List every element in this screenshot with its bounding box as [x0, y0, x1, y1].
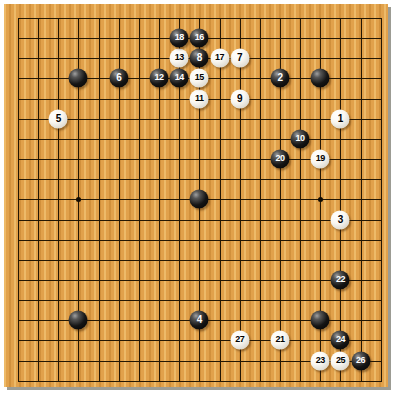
move-number: 15: [195, 68, 204, 87]
stone-black-move-26: 26: [351, 351, 370, 370]
stone-white-move-17: 17: [210, 49, 229, 68]
move-number: 8: [197, 48, 202, 67]
stone-white-move-7: 7: [230, 49, 249, 68]
stone-black-move-20: 20: [270, 150, 289, 169]
stone-black-move-14: 14: [170, 69, 189, 88]
grid-line-horizontal: [18, 381, 382, 382]
stone-black-move-2: 2: [270, 69, 289, 88]
stone-black-move-10: 10: [291, 129, 310, 148]
move-number: 9: [237, 89, 242, 108]
stone-white-move-23: 23: [311, 351, 330, 370]
stone-black-handicap: [69, 69, 88, 88]
stone-black-move-16: 16: [190, 29, 209, 48]
stone-black-move-6: 6: [109, 69, 128, 88]
grid-line-vertical: [361, 18, 362, 382]
grid-line-vertical: [220, 18, 221, 382]
move-number: 19: [316, 149, 325, 168]
stone-black-move-4: 4: [190, 311, 209, 330]
move-number: 23: [316, 351, 325, 370]
stone-black-move-22: 22: [331, 270, 350, 289]
stone-white-move-27: 27: [230, 331, 249, 350]
stone-white-move-5: 5: [49, 109, 68, 128]
move-number: 4: [197, 310, 202, 329]
stone-white-move-9: 9: [230, 89, 249, 108]
page-background: 1234567891011121314151617181920212223242…: [0, 0, 400, 400]
stone-white-move-13: 13: [170, 49, 189, 68]
stone-black-handicap: [311, 311, 330, 330]
move-number: 22: [336, 270, 345, 289]
move-number: 18: [175, 28, 184, 47]
grid-line-vertical: [340, 18, 341, 382]
move-number: 6: [116, 68, 121, 87]
stone-black-move-18: 18: [170, 29, 189, 48]
stone-white-move-3: 3: [331, 210, 350, 229]
stone-white-move-21: 21: [270, 331, 289, 350]
stone-white-move-11: 11: [190, 89, 209, 108]
grid-line-horizontal: [18, 340, 382, 341]
grid-line-vertical: [381, 18, 382, 382]
stone-white-move-19: 19: [311, 150, 330, 169]
stone-white-move-15: 15: [190, 69, 209, 88]
stone-black-handicap: [69, 311, 88, 330]
move-number: 14: [175, 68, 184, 87]
star-point: [318, 197, 323, 202]
move-number: 17: [215, 48, 224, 67]
move-number: 16: [195, 28, 204, 47]
move-number: 3: [338, 210, 343, 229]
stone-white-move-25: 25: [331, 351, 350, 370]
grid-line-horizontal: [18, 260, 382, 261]
move-number: 20: [275, 149, 284, 168]
stone-black-move-12: 12: [150, 69, 169, 88]
move-number: 2: [277, 68, 282, 87]
go-board[interactable]: 1234567891011121314151617181920212223242…: [4, 4, 388, 387]
move-number: 11: [195, 89, 204, 108]
move-number: 21: [275, 330, 284, 349]
grid-line-horizontal: [18, 240, 382, 241]
grid-line-horizontal: [18, 300, 382, 301]
stone-black-move-8: 8: [190, 49, 209, 68]
stone-black-handicap: [311, 69, 330, 88]
move-number: 10: [296, 129, 305, 148]
move-number: 13: [175, 48, 184, 67]
grid-line-horizontal: [18, 220, 382, 221]
grid-line-horizontal: [18, 280, 382, 281]
move-number: 1: [338, 109, 343, 128]
grid-line-vertical: [300, 18, 301, 382]
move-number: 26: [356, 351, 365, 370]
grid-line-vertical: [240, 18, 241, 382]
move-number: 7: [237, 48, 242, 67]
move-number: 24: [336, 330, 345, 349]
move-number: 5: [56, 109, 61, 128]
grid-line-vertical: [260, 18, 261, 382]
stone-black-handicap: [190, 190, 209, 209]
star-point: [76, 197, 81, 202]
move-number: 27: [235, 330, 244, 349]
stone-black-move-24: 24: [331, 331, 350, 350]
move-number: 12: [155, 68, 164, 87]
move-number: 25: [336, 351, 345, 370]
stone-white-move-1: 1: [331, 109, 350, 128]
